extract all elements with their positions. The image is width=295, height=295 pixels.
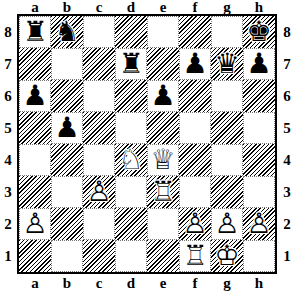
file-label: c <box>83 0 115 14</box>
rank-labels-right: 87654321 <box>279 16 295 272</box>
square-d7[interactable]: ♜♜ <box>115 48 147 80</box>
square-a6[interactable]: ♟♟ <box>19 80 51 112</box>
square-h6[interactable] <box>243 80 275 112</box>
piece-white-rook-f1[interactable]: ♜♖ <box>180 240 210 272</box>
square-d6[interactable] <box>115 80 147 112</box>
piece-glyph: ♖ <box>147 176 179 208</box>
chess-board: ♜♜♞♞♚♚♜♜♟♟♛♛♟♟♟♟♟♟♟♟♞♘♛♕♟♙♜♖♟♙♟♙♟♙♟♙♜♖♚♔ <box>17 14 277 274</box>
rank-label: 3 <box>279 176 295 208</box>
square-e1[interactable] <box>147 240 179 272</box>
piece-black-knight-b8[interactable]: ♞♞ <box>51 16 83 48</box>
chess-diagram: abcdefgh 87654321 ♜♜♞♞♚♚♜♜♟♟♛♛♟♟♟♟♟♟♟♟♞♘… <box>0 0 295 295</box>
rank-label: 4 <box>279 144 295 176</box>
piece-white-rook-e3[interactable]: ♜♖ <box>147 176 179 208</box>
square-e8[interactable] <box>147 16 179 48</box>
square-d3[interactable] <box>115 176 147 208</box>
square-a1[interactable] <box>19 240 51 272</box>
square-a7[interactable] <box>19 48 51 80</box>
square-a5[interactable] <box>19 112 51 144</box>
rank-label: 5 <box>0 112 16 144</box>
piece-black-rook-a8[interactable]: ♜♜ <box>20 16 50 48</box>
piece-black-queen-g7[interactable]: ♛♛ <box>211 48 243 80</box>
file-label: g <box>211 276 243 290</box>
rank-label: 7 <box>279 48 295 80</box>
file-label: a <box>19 0 51 14</box>
file-label: a <box>19 276 51 290</box>
square-f2[interactable]: ♟♙ <box>179 208 211 240</box>
square-b1[interactable] <box>51 240 83 272</box>
square-g1[interactable]: ♚♔ <box>211 240 243 272</box>
piece-glyph: ♞ <box>51 16 83 48</box>
square-h1[interactable] <box>243 240 275 272</box>
square-d5[interactable] <box>115 112 147 144</box>
square-e5[interactable] <box>147 112 179 144</box>
rank-label: 8 <box>0 16 16 48</box>
rank-label: 6 <box>279 80 295 112</box>
square-a2[interactable]: ♟♙ <box>19 208 51 240</box>
square-d4[interactable]: ♞♘ <box>115 144 147 176</box>
square-e6[interactable]: ♟♟ <box>147 80 179 112</box>
file-label: g <box>211 0 243 14</box>
square-c1[interactable] <box>83 240 115 272</box>
square-b7[interactable] <box>51 48 83 80</box>
square-e4[interactable]: ♛♕ <box>147 144 179 176</box>
rank-label: 6 <box>0 80 16 112</box>
rank-label: 1 <box>0 240 16 272</box>
piece-glyph: ♕ <box>148 144 178 176</box>
piece-glyph: ♘ <box>115 144 147 176</box>
file-label: e <box>147 276 179 290</box>
square-g6[interactable] <box>211 80 243 112</box>
square-f5[interactable] <box>179 112 211 144</box>
square-g8[interactable] <box>211 16 243 48</box>
square-b2[interactable] <box>51 208 83 240</box>
file-label: b <box>51 276 83 290</box>
piece-glyph: ♙ <box>212 208 242 240</box>
piece-black-rook-d7[interactable]: ♜♜ <box>116 48 146 80</box>
file-label: e <box>147 0 179 14</box>
piece-white-queen-e4[interactable]: ♛♕ <box>148 144 178 176</box>
square-c3[interactable]: ♟♙ <box>83 176 115 208</box>
file-label: c <box>83 276 115 290</box>
rank-label: 4 <box>0 144 16 176</box>
rank-label: 8 <box>279 16 295 48</box>
piece-glyph: ♙ <box>243 208 275 240</box>
rank-label: 5 <box>279 112 295 144</box>
piece-glyph: ♟ <box>244 48 274 80</box>
square-g4[interactable] <box>211 144 243 176</box>
square-b3[interactable] <box>51 176 83 208</box>
square-f4[interactable] <box>179 144 211 176</box>
square-h5[interactable] <box>243 112 275 144</box>
piece-white-pawn-f2[interactable]: ♟♙ <box>179 208 211 240</box>
piece-black-king-h8[interactable]: ♚♚ <box>243 16 275 48</box>
square-f8[interactable] <box>179 16 211 48</box>
piece-glyph: ♛ <box>211 48 243 80</box>
piece-glyph: ♟ <box>52 112 82 144</box>
file-label: f <box>179 276 211 290</box>
piece-glyph: ♟ <box>180 48 210 80</box>
file-label: b <box>51 0 83 14</box>
square-b5[interactable]: ♟♟ <box>51 112 83 144</box>
square-e3[interactable]: ♜♖ <box>147 176 179 208</box>
rank-label: 2 <box>279 208 295 240</box>
square-h3[interactable] <box>243 176 275 208</box>
square-g3[interactable] <box>211 176 243 208</box>
piece-glyph: ♟ <box>148 80 178 112</box>
square-g5[interactable] <box>211 112 243 144</box>
piece-black-pawn-h7[interactable]: ♟♟ <box>244 48 274 80</box>
file-label: d <box>115 276 147 290</box>
file-label: h <box>243 276 275 290</box>
square-c2[interactable] <box>83 208 115 240</box>
piece-white-knight-d4[interactable]: ♞♘ <box>115 144 147 176</box>
file-label: d <box>115 0 147 14</box>
piece-white-pawn-a2[interactable]: ♟♙ <box>20 208 50 240</box>
square-f6[interactable] <box>179 80 211 112</box>
piece-white-pawn-g2[interactable]: ♟♙ <box>212 208 242 240</box>
square-h2[interactable]: ♟♙ <box>243 208 275 240</box>
rank-labels-left: 87654321 <box>0 16 16 272</box>
piece-glyph: ♔ <box>211 240 243 272</box>
square-h7[interactable]: ♟♟ <box>243 48 275 80</box>
piece-glyph: ♙ <box>179 208 211 240</box>
piece-white-pawn-c3[interactable]: ♟♙ <box>83 176 115 208</box>
square-d8[interactable] <box>115 16 147 48</box>
piece-glyph: ♜ <box>116 48 146 80</box>
square-f7[interactable]: ♟♟ <box>179 48 211 80</box>
square-b4[interactable] <box>51 144 83 176</box>
square-c6[interactable] <box>83 80 115 112</box>
square-d2[interactable] <box>115 208 147 240</box>
square-h8[interactable]: ♚♚ <box>243 16 275 48</box>
piece-white-king-g1[interactable]: ♚♔ <box>211 240 243 272</box>
square-g7[interactable]: ♛♛ <box>211 48 243 80</box>
square-b8[interactable]: ♞♞ <box>51 16 83 48</box>
square-a3[interactable] <box>19 176 51 208</box>
piece-glyph: ♜ <box>20 16 50 48</box>
square-a8[interactable]: ♜♜ <box>19 16 51 48</box>
square-c5[interactable] <box>83 112 115 144</box>
square-d1[interactable] <box>115 240 147 272</box>
square-e2[interactable] <box>147 208 179 240</box>
square-c7[interactable] <box>83 48 115 80</box>
piece-black-pawn-b5[interactable]: ♟♟ <box>52 112 82 144</box>
piece-black-pawn-f7[interactable]: ♟♟ <box>180 48 210 80</box>
rank-label: 1 <box>279 240 295 272</box>
file-labels-top: abcdefgh <box>19 0 275 14</box>
rank-label: 2 <box>0 208 16 240</box>
square-g2[interactable]: ♟♙ <box>211 208 243 240</box>
square-e7[interactable] <box>147 48 179 80</box>
square-a4[interactable] <box>19 144 51 176</box>
piece-glyph: ♚ <box>243 16 275 48</box>
piece-glyph: ♖ <box>180 240 210 272</box>
square-c4[interactable] <box>83 144 115 176</box>
square-b6[interactable] <box>51 80 83 112</box>
piece-black-pawn-a6[interactable]: ♟♟ <box>20 80 50 112</box>
piece-glyph: ♙ <box>20 208 50 240</box>
square-f1[interactable]: ♜♖ <box>179 240 211 272</box>
piece-glyph: ♙ <box>83 176 115 208</box>
square-h4[interactable] <box>243 144 275 176</box>
square-c8[interactable] <box>83 16 115 48</box>
file-labels-bottom: abcdefgh <box>19 276 275 290</box>
rank-label: 7 <box>0 48 16 80</box>
rank-label: 3 <box>0 176 16 208</box>
piece-black-pawn-e6[interactable]: ♟♟ <box>148 80 178 112</box>
square-f3[interactable] <box>179 176 211 208</box>
file-label: f <box>179 0 211 14</box>
piece-glyph: ♟ <box>20 80 50 112</box>
piece-white-pawn-h2[interactable]: ♟♙ <box>243 208 275 240</box>
file-label: h <box>243 0 275 14</box>
